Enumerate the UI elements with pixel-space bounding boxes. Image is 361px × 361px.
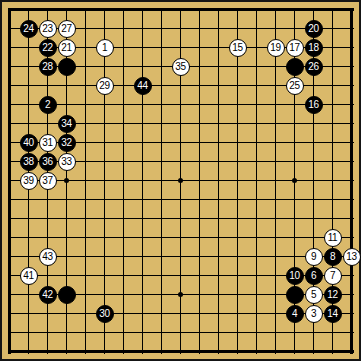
stone-white-39[interactable]: 39 bbox=[20, 172, 38, 190]
stone-black-22[interactable]: 22 bbox=[39, 39, 57, 57]
stone-black-28[interactable]: 28 bbox=[39, 58, 57, 76]
stone-white-19[interactable]: 19 bbox=[267, 39, 285, 57]
stone-black-12[interactable]: 12 bbox=[324, 286, 342, 304]
stone-black-6[interactable]: 6 bbox=[305, 267, 323, 285]
grid-line-vertical bbox=[161, 8, 162, 354]
grid-line-vertical bbox=[218, 8, 219, 354]
grid-line-vertical bbox=[123, 8, 124, 354]
handicap-stone-Q16[interactable] bbox=[286, 58, 304, 76]
stone-black-30[interactable]: 30 bbox=[96, 305, 114, 323]
handicap-stone-D16[interactable] bbox=[58, 58, 76, 76]
star-point bbox=[178, 178, 183, 183]
stone-white-33[interactable]: 33 bbox=[58, 153, 76, 171]
grid-line-vertical bbox=[199, 8, 200, 354]
stone-white-27[interactable]: 27 bbox=[58, 20, 76, 38]
stone-black-40[interactable]: 40 bbox=[20, 134, 38, 152]
stone-white-31[interactable]: 31 bbox=[39, 134, 57, 152]
stone-black-36[interactable]: 36 bbox=[39, 153, 57, 171]
stone-white-23[interactable]: 23 bbox=[39, 20, 57, 38]
grid-line-vertical bbox=[237, 8, 238, 354]
grid-line-vertical bbox=[85, 8, 86, 354]
stone-white-5[interactable]: 5 bbox=[305, 286, 323, 304]
stone-black-8[interactable]: 8 bbox=[324, 248, 342, 266]
stone-black-14[interactable]: 14 bbox=[324, 305, 342, 323]
stone-white-17[interactable]: 17 bbox=[286, 39, 304, 57]
stone-white-43[interactable]: 43 bbox=[39, 248, 57, 266]
grid-line-vertical bbox=[350, 8, 353, 354]
stone-white-3[interactable]: 3 bbox=[305, 305, 323, 323]
stone-white-25[interactable]: 25 bbox=[286, 77, 304, 95]
star-point bbox=[178, 292, 183, 297]
stone-black-2[interactable]: 2 bbox=[39, 96, 57, 114]
grid-line-vertical bbox=[275, 8, 276, 354]
stone-black-44[interactable]: 44 bbox=[134, 77, 152, 95]
stone-white-11[interactable]: 11 bbox=[324, 229, 342, 247]
stone-black-32[interactable]: 32 bbox=[58, 134, 76, 152]
handicap-stone-D4[interactable] bbox=[58, 286, 76, 304]
stone-black-34[interactable]: 34 bbox=[58, 115, 76, 133]
grid-line-vertical bbox=[8, 8, 11, 354]
grid-line-horizontal bbox=[8, 104, 354, 105]
grid-line-horizontal bbox=[8, 237, 354, 238]
stone-white-7[interactable]: 7 bbox=[324, 267, 342, 285]
stone-white-13[interactable]: 13 bbox=[343, 248, 361, 266]
grid-line-horizontal bbox=[8, 218, 354, 219]
stone-black-38[interactable]: 38 bbox=[20, 153, 38, 171]
stone-white-29[interactable]: 29 bbox=[96, 77, 114, 95]
stone-black-26[interactable]: 26 bbox=[305, 58, 323, 76]
stone-white-9[interactable]: 9 bbox=[305, 248, 323, 266]
go-board[interactable]: 1234567891011121314151617181920212223242… bbox=[0, 0, 361, 361]
grid-line-horizontal bbox=[8, 256, 354, 257]
stone-black-18[interactable]: 18 bbox=[305, 39, 323, 57]
stone-white-35[interactable]: 35 bbox=[172, 58, 190, 76]
stone-black-4[interactable]: 4 bbox=[286, 305, 304, 323]
grid-line-horizontal bbox=[8, 8, 354, 11]
grid-line-vertical bbox=[104, 8, 105, 354]
stone-white-21[interactable]: 21 bbox=[58, 39, 76, 57]
stone-white-1[interactable]: 1 bbox=[96, 39, 114, 57]
stone-white-15[interactable]: 15 bbox=[229, 39, 247, 57]
stone-black-42[interactable]: 42 bbox=[39, 286, 57, 304]
grid-line-horizontal bbox=[8, 350, 354, 353]
stone-black-16[interactable]: 16 bbox=[305, 96, 323, 114]
stone-black-10[interactable]: 10 bbox=[286, 267, 304, 285]
stone-black-20[interactable]: 20 bbox=[305, 20, 323, 38]
stone-white-41[interactable]: 41 bbox=[20, 267, 38, 285]
grid-line-horizontal bbox=[8, 332, 354, 333]
star-point bbox=[64, 178, 69, 183]
stone-white-37[interactable]: 37 bbox=[39, 172, 57, 190]
star-point bbox=[292, 178, 297, 183]
grid-line-vertical bbox=[256, 8, 257, 354]
handicap-stone-Q4[interactable] bbox=[286, 286, 304, 304]
stone-black-24[interactable]: 24 bbox=[20, 20, 38, 38]
grid-line-horizontal bbox=[8, 199, 354, 200]
grid-line-vertical bbox=[142, 8, 143, 354]
